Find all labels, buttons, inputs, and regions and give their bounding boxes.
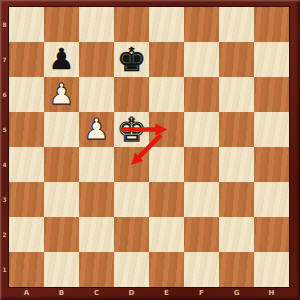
file-label-e: E	[149, 287, 184, 300]
square-g2[interactable]	[219, 217, 254, 252]
square-d4[interactable]	[114, 147, 149, 182]
square-g6[interactable]	[219, 77, 254, 112]
rank-label-3: 3	[0, 182, 9, 217]
square-h2[interactable]	[254, 217, 289, 252]
square-b2[interactable]	[44, 217, 79, 252]
rank-label-1: 1	[0, 252, 9, 287]
square-b6[interactable]: ♟	[44, 77, 79, 112]
square-h3[interactable]	[254, 182, 289, 217]
file-label-h: H	[254, 287, 289, 300]
square-a4[interactable]	[9, 147, 44, 182]
piece-white-pawn-c5[interactable]: ♟	[79, 112, 114, 150]
square-c6[interactable]	[79, 77, 114, 112]
square-f5[interactable]	[184, 112, 219, 147]
file-label-f: F	[184, 287, 219, 300]
piece-white-pawn-b6[interactable]: ♟	[44, 77, 79, 115]
square-h5[interactable]	[254, 112, 289, 147]
piece-white-king-d5[interactable]: ♚	[114, 112, 149, 149]
rank-label-2: 2	[0, 217, 9, 252]
file-label-a: A	[9, 287, 44, 300]
square-c5[interactable]: ♟	[79, 112, 114, 147]
piece-black-pawn-b7[interactable]: ♟	[44, 42, 79, 80]
square-e6[interactable]	[149, 77, 184, 112]
square-b5[interactable]	[44, 112, 79, 147]
square-e1[interactable]	[149, 252, 184, 287]
square-g1[interactable]	[219, 252, 254, 287]
square-e2[interactable]	[149, 217, 184, 252]
square-c1[interactable]	[79, 252, 114, 287]
square-c8[interactable]	[79, 7, 114, 42]
square-g8[interactable]	[219, 7, 254, 42]
rank-label-7: 7	[0, 42, 9, 77]
square-e7[interactable]	[149, 42, 184, 77]
square-g5[interactable]	[219, 112, 254, 147]
square-b3[interactable]	[44, 182, 79, 217]
square-h1[interactable]	[254, 252, 289, 287]
square-d6[interactable]	[114, 77, 149, 112]
chess-board: ♟♚♟♟♚	[9, 7, 289, 287]
square-b7[interactable]: ♟	[44, 42, 79, 77]
square-a2[interactable]	[9, 217, 44, 252]
rank-label-6: 6	[0, 77, 9, 112]
square-a1[interactable]	[9, 252, 44, 287]
chess-board-frame: ♟♚♟♟♚ 87654321ABCDEFGH	[0, 0, 300, 300]
square-c7[interactable]	[79, 42, 114, 77]
rank-label-5: 5	[0, 112, 9, 147]
square-b1[interactable]	[44, 252, 79, 287]
square-e4[interactable]	[149, 147, 184, 182]
square-e3[interactable]	[149, 182, 184, 217]
square-d5[interactable]: ♚	[114, 112, 149, 147]
file-label-g: G	[219, 287, 254, 300]
square-h7[interactable]	[254, 42, 289, 77]
square-e8[interactable]	[149, 7, 184, 42]
square-a7[interactable]	[9, 42, 44, 77]
square-d8[interactable]	[114, 7, 149, 42]
rank-label-8: 8	[0, 7, 9, 42]
square-d1[interactable]	[114, 252, 149, 287]
square-d3[interactable]	[114, 182, 149, 217]
square-e5[interactable]	[149, 112, 184, 147]
square-b4[interactable]	[44, 147, 79, 182]
square-c4[interactable]	[79, 147, 114, 182]
square-d7[interactable]: ♚	[114, 42, 149, 77]
piece-black-king-d7[interactable]: ♚	[114, 42, 149, 79]
square-a3[interactable]	[9, 182, 44, 217]
square-h8[interactable]	[254, 7, 289, 42]
square-f7[interactable]	[184, 42, 219, 77]
square-c2[interactable]	[79, 217, 114, 252]
square-d2[interactable]	[114, 217, 149, 252]
square-f6[interactable]	[184, 77, 219, 112]
rank-label-4: 4	[0, 147, 9, 182]
square-g4[interactable]	[219, 147, 254, 182]
square-a6[interactable]	[9, 77, 44, 112]
square-b8[interactable]	[44, 7, 79, 42]
file-label-c: C	[79, 287, 114, 300]
square-f8[interactable]	[184, 7, 219, 42]
square-h4[interactable]	[254, 147, 289, 182]
file-label-b: B	[44, 287, 79, 300]
square-c3[interactable]	[79, 182, 114, 217]
square-f2[interactable]	[184, 217, 219, 252]
square-f4[interactable]	[184, 147, 219, 182]
square-f1[interactable]	[184, 252, 219, 287]
square-g3[interactable]	[219, 182, 254, 217]
square-a8[interactable]	[9, 7, 44, 42]
square-g7[interactable]	[219, 42, 254, 77]
square-f3[interactable]	[184, 182, 219, 217]
square-a5[interactable]	[9, 112, 44, 147]
square-h6[interactable]	[254, 77, 289, 112]
file-label-d: D	[114, 287, 149, 300]
